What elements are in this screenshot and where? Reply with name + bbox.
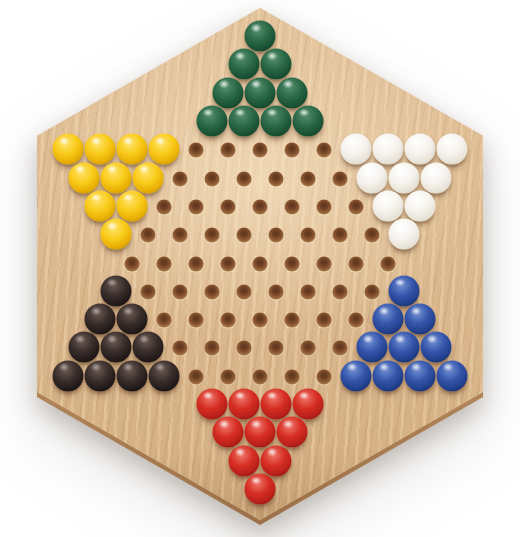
hole[interactable] [157,256,172,271]
marble-yellow[interactable] [101,219,132,250]
marble-black[interactable] [117,360,148,391]
hole[interactable] [221,256,236,271]
marble-red[interactable] [277,417,308,448]
hole[interactable] [141,284,156,299]
marble-black[interactable] [101,275,132,306]
chinese-checkers-board [37,8,483,520]
marble-green[interactable] [197,106,228,137]
hole[interactable] [189,256,204,271]
marble-blue[interactable] [389,275,420,306]
hole[interactable] [237,171,252,186]
marble-white[interactable] [437,134,468,165]
marble-green[interactable] [229,106,260,137]
marble-red[interactable] [245,473,276,504]
hole[interactable] [317,199,332,214]
hole[interactable] [237,341,252,356]
marble-blue[interactable] [373,360,404,391]
marble-black[interactable] [85,304,116,335]
marble-blue[interactable] [373,304,404,335]
marble-blue[interactable] [405,304,436,335]
hole[interactable] [205,284,220,299]
hole[interactable] [189,199,204,214]
marble-yellow[interactable] [133,162,164,193]
marble-red[interactable] [245,417,276,448]
hole[interactable] [349,313,364,328]
hole[interactable] [333,284,348,299]
hole[interactable] [317,143,332,158]
marble-black[interactable] [117,304,148,335]
marble-red[interactable] [261,389,292,420]
hole[interactable] [301,171,316,186]
marble-red[interactable] [229,389,260,420]
marble-white[interactable] [389,219,420,250]
marble-yellow[interactable] [117,190,148,221]
marble-blue[interactable] [357,332,388,363]
hole[interactable] [253,143,268,158]
hole[interactable] [301,284,316,299]
marble-yellow[interactable] [101,162,132,193]
marble-yellow[interactable] [117,134,148,165]
hole[interactable] [221,369,236,384]
board-shadow-wrapper [0,0,520,537]
hole[interactable] [157,199,172,214]
hole[interactable] [349,256,364,271]
marble-yellow[interactable] [85,190,116,221]
marble-black[interactable] [69,332,100,363]
marble-white[interactable] [405,190,436,221]
hole[interactable] [253,313,268,328]
hole[interactable] [285,369,300,384]
hole[interactable] [157,313,172,328]
hole[interactable] [285,313,300,328]
marble-white[interactable] [341,134,372,165]
hole[interactable] [173,171,188,186]
hole[interactable] [285,143,300,158]
marble-red[interactable] [213,417,244,448]
board-photo [0,0,520,537]
marble-white[interactable] [357,162,388,193]
hole[interactable] [253,199,268,214]
marble-green[interactable] [261,106,292,137]
marble-blue[interactable] [437,360,468,391]
hole[interactable] [205,171,220,186]
marble-yellow[interactable] [149,134,180,165]
marble-black[interactable] [53,360,84,391]
hole[interactable] [269,228,284,243]
hole[interactable] [205,341,220,356]
hole[interactable] [269,171,284,186]
marble-green[interactable] [229,49,260,80]
marble-green[interactable] [245,77,276,108]
hole[interactable] [189,313,204,328]
marble-red[interactable] [197,389,228,420]
marble-red[interactable] [293,389,324,420]
hole[interactable] [205,228,220,243]
hole[interactable] [237,228,252,243]
marble-white[interactable] [405,134,436,165]
hole[interactable] [317,256,332,271]
hole[interactable] [173,341,188,356]
marble-blue[interactable] [341,360,372,391]
hole[interactable] [333,228,348,243]
hole[interactable] [125,256,140,271]
marble-yellow[interactable] [53,134,84,165]
marble-white[interactable] [421,162,452,193]
hole[interactable] [381,256,396,271]
marble-yellow[interactable] [85,134,116,165]
marble-black[interactable] [149,360,180,391]
hole[interactable] [269,284,284,299]
marble-green[interactable] [213,77,244,108]
marble-blue[interactable] [389,332,420,363]
hole[interactable] [189,369,204,384]
marble-green[interactable] [261,49,292,80]
hole[interactable] [173,284,188,299]
marble-white[interactable] [373,134,404,165]
marble-green[interactable] [245,21,276,52]
hole[interactable] [221,143,236,158]
hole[interactable] [365,284,380,299]
hole[interactable] [221,199,236,214]
marble-green[interactable] [277,77,308,108]
hole[interactable] [221,313,236,328]
hole[interactable] [365,228,380,243]
hole[interactable] [317,369,332,384]
hole[interactable] [269,341,284,356]
hole[interactable] [317,313,332,328]
marble-white[interactable] [373,190,404,221]
marble-white[interactable] [389,162,420,193]
marble-black[interactable] [133,332,164,363]
hole[interactable] [253,256,268,271]
marble-black[interactable] [101,332,132,363]
hole[interactable] [333,171,348,186]
hole[interactable] [237,284,252,299]
marble-green[interactable] [293,106,324,137]
marble-yellow[interactable] [69,162,100,193]
hole[interactable] [301,341,316,356]
marble-black[interactable] [85,360,116,391]
hole[interactable] [349,199,364,214]
hole[interactable] [173,228,188,243]
marble-red[interactable] [261,445,292,476]
marble-blue[interactable] [421,332,452,363]
hole[interactable] [285,256,300,271]
hole[interactable] [141,228,156,243]
marble-red[interactable] [229,445,260,476]
marble-blue[interactable] [405,360,436,391]
hole[interactable] [189,143,204,158]
hole[interactable] [253,369,268,384]
hole[interactable] [333,341,348,356]
hole[interactable] [285,199,300,214]
hole[interactable] [301,228,316,243]
